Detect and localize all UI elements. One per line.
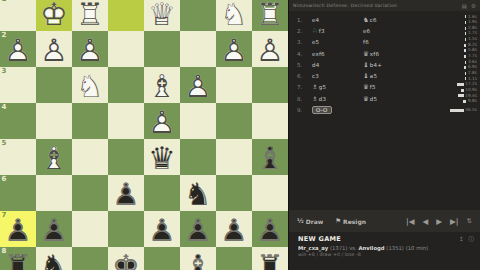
white-move-1[interactable]: e4	[312, 17, 319, 23]
square-d4[interactable]: ♟♙	[144, 103, 180, 139]
piece-bP-e6[interactable]: ♟♙	[108, 175, 144, 211]
square-f4[interactable]	[72, 103, 108, 139]
rank-label-8: 8	[2, 247, 7, 255]
move-times: 5.8s7.7s	[414, 48, 477, 58]
move-row-1: 1.e4♞c61.6s1.9s	[297, 14, 477, 25]
move-times-toggle-icon[interactable]: ⇅	[467, 217, 472, 225]
move-time-value: 9.8s	[468, 99, 477, 104]
square-g6[interactable]	[36, 175, 72, 211]
move-number: 1.	[297, 17, 312, 23]
move-panel: Nimzowitsch Defense: Declined Variation …	[288, 0, 480, 270]
move-row-6: 6.c3♝a52.8s1.1s	[297, 70, 477, 81]
move-times: 3.6s6.9s	[414, 60, 477, 70]
move-row-3: 3.e5f61.5s8.2s	[297, 37, 477, 48]
move-row-9: 9.O-O46.5s	[297, 104, 477, 115]
move-times: 17.2s10.9s	[414, 82, 477, 92]
piece-wP-c3[interactable]: ♟♙	[180, 67, 216, 103]
square-a5[interactable]: ♝♗	[252, 139, 288, 175]
square-f1[interactable]: ♜♖	[72, 0, 108, 31]
square-c7[interactable]: ♟♙	[180, 211, 216, 247]
square-b5[interactable]	[216, 139, 252, 175]
piece-bP-c7[interactable]: ♟♙	[180, 211, 216, 247]
rank-label-3: 3	[2, 67, 7, 75]
square-c5[interactable]	[180, 139, 216, 175]
square-e4[interactable]	[108, 103, 144, 139]
piece-wN-b1[interactable]: ♞♘	[216, 0, 252, 31]
black-move-5[interactable]: ♝b4+	[363, 61, 382, 69]
square-g7[interactable]: ♟♙	[36, 211, 72, 247]
square-e6[interactable]: ♟♙	[108, 175, 144, 211]
square-h4[interactable]: 4	[0, 103, 36, 139]
move-list: 1.e4♞c61.6s1.9s2.♘f3e62.8s1.7s3.e5f61.5s…	[297, 14, 477, 116]
move-time-bar	[465, 21, 466, 24]
move-time-bar	[465, 27, 466, 30]
piece-bQ-d5[interactable]: ♛♕	[144, 139, 180, 175]
square-c4[interactable]	[180, 103, 216, 139]
square-b4[interactable]	[216, 103, 252, 139]
black-player-rating: (1351)	[386, 245, 404, 251]
square-d5[interactable]: ♛♕	[144, 139, 180, 175]
square-f6[interactable]	[72, 175, 108, 211]
black-move-6[interactable]: ♝a5	[363, 72, 377, 80]
piece-wQ-d1[interactable]: ♛♕	[144, 0, 180, 31]
square-f2[interactable]: ♟♙	[72, 31, 108, 67]
move-time-value: 10.9s	[465, 88, 477, 93]
settings-gear-icon[interactable]: ⚙	[471, 3, 476, 9]
square-e8[interactable]: ♚♔	[108, 247, 144, 270]
square-e2[interactable]	[108, 31, 144, 67]
square-f7[interactable]	[72, 211, 108, 247]
black-move-7[interactable]: ♛f5	[363, 83, 376, 91]
white-move-3[interactable]: e5	[312, 39, 319, 45]
square-g4[interactable]	[36, 103, 72, 139]
piece-bB-c8[interactable]: ♝♗	[180, 247, 216, 270]
draw-label: Draw	[306, 218, 324, 225]
draw-button[interactable]: ½ Draw	[297, 217, 323, 225]
move-number: 5.	[297, 62, 312, 68]
move-row-4: 4.exf6♛xf65.8s7.7s	[297, 48, 477, 59]
square-g2[interactable]: ♟♙	[36, 31, 72, 67]
piece-bB-a5[interactable]: ♝♗	[252, 139, 288, 175]
square-c3[interactable]: ♟♙	[180, 67, 216, 103]
collapse-icon[interactable]: ▤	[462, 3, 467, 9]
piece-wP-g2[interactable]: ♟♙	[36, 31, 72, 67]
square-a1[interactable]: ♜♖	[252, 0, 288, 31]
square-h6[interactable]: 6	[0, 175, 36, 211]
share-icon[interactable]: ↥	[459, 236, 464, 243]
move-times: 1.6s1.9s	[414, 15, 477, 25]
piece-wR-f1[interactable]: ♜♖	[72, 0, 108, 31]
rank-label-6: 6	[2, 175, 7, 183]
move-number: 2.	[297, 28, 312, 34]
square-g3[interactable]	[36, 67, 72, 103]
square-c6[interactable]: ♞♘	[180, 175, 216, 211]
chess-app-window: 1♚♔♜♖♛♕♞♘♜♖2♟♙♟♙♟♙♟♙♟♙3♞♘♝♗♟♙4♟♙5♝♗♛♕♝♗6…	[0, 0, 480, 270]
square-c1[interactable]	[180, 0, 216, 31]
move-times: 46.5s	[414, 108, 477, 113]
square-f3[interactable]: ♞♘	[72, 67, 108, 103]
black-move-8[interactable]: ♛d5	[363, 95, 377, 103]
move-time-bar	[463, 100, 466, 103]
square-g8[interactable]: ♞♘	[36, 247, 72, 270]
first-move-button[interactable]: |◀	[406, 217, 415, 226]
square-b6[interactable]	[216, 175, 252, 211]
piece-bR-a8[interactable]: ♜♖	[252, 247, 288, 270]
rank-label-5: 5	[2, 139, 7, 147]
move-number: 6.	[297, 73, 312, 79]
move-times: 19.4s9.8s	[414, 94, 477, 104]
move-time-bar	[465, 72, 466, 75]
last-move-button[interactable]: ▶|	[450, 217, 459, 226]
square-h2[interactable]: 2♟♙	[0, 31, 36, 67]
piece-wR-a1[interactable]: ♜♖	[252, 0, 288, 31]
move-time-bar	[464, 66, 466, 69]
move-time-bar	[464, 55, 466, 58]
white-move-2[interactable]: ♘f3	[312, 27, 325, 35]
square-a8[interactable]: ♜♖	[252, 247, 288, 270]
move-row-2: 2.♘f3e62.8s1.7s	[297, 25, 477, 36]
move-time-bar	[465, 77, 466, 80]
square-a4[interactable]	[252, 103, 288, 139]
square-c2[interactable]	[180, 31, 216, 67]
square-f8[interactable]	[72, 247, 108, 270]
piece-wK-g1[interactable]: ♚♔	[36, 0, 72, 31]
piece-bN-c6[interactable]: ♞♘	[180, 175, 216, 211]
square-e7[interactable]	[108, 211, 144, 247]
square-b3[interactable]	[216, 67, 252, 103]
square-c8[interactable]: ♝♗	[180, 247, 216, 270]
square-b1[interactable]: ♞♘	[216, 0, 252, 31]
game-controls-bar: ½ Draw ⚑ Resign |◀ ◀ ▶ ▶| ⇅	[289, 210, 480, 232]
white-move-5[interactable]: d4	[312, 62, 319, 68]
piece-wP-b2[interactable]: ♟♙	[216, 31, 252, 67]
move-number: 8.	[297, 96, 312, 102]
move-time-bar	[450, 109, 464, 112]
move-number: 3.	[297, 39, 312, 45]
info-icon[interactable]: ⓘ	[469, 236, 475, 243]
square-g5[interactable]: ♝♗	[36, 139, 72, 175]
move-time-value: 2.8s	[468, 71, 477, 76]
piece-wB-g5[interactable]: ♝♗	[36, 139, 72, 175]
move-time-bar	[465, 32, 466, 35]
move-time-bar	[465, 38, 466, 41]
piece-wN-f3[interactable]: ♞♘	[72, 67, 108, 103]
square-a3[interactable]	[252, 67, 288, 103]
rank-label-1: 1	[2, 0, 7, 3]
next-move-button[interactable]: ▶	[436, 217, 442, 226]
square-b8[interactable]	[216, 247, 252, 270]
square-d6[interactable]	[144, 175, 180, 211]
piece-wP-f2[interactable]: ♟♙	[72, 31, 108, 67]
piece-bP-b7[interactable]: ♟♙	[216, 211, 252, 247]
move-time-bar	[464, 49, 466, 52]
white-move-9[interactable]: O-O	[312, 106, 332, 114]
move-navigation: |◀ ◀ ▶ ▶| ⇅	[406, 217, 472, 226]
piece-wP-a2[interactable]: ♟♙	[252, 31, 288, 67]
move-time-bar	[464, 44, 466, 47]
square-d1[interactable]: ♛♕	[144, 0, 180, 31]
square-e1[interactable]	[108, 0, 144, 31]
square-g1[interactable]: ♚♔	[36, 0, 72, 31]
piece-bN-g8[interactable]: ♞♘	[36, 247, 72, 270]
resign-button[interactable]: ⚑ Resign	[335, 217, 366, 225]
square-a6[interactable]	[252, 175, 288, 211]
black-move-4[interactable]: ♛xf6	[363, 50, 379, 58]
square-d7[interactable]: ♟♙	[144, 211, 180, 247]
move-time-bar	[461, 89, 464, 92]
white-move-6[interactable]: c3	[312, 73, 319, 79]
black-move-3[interactable]: f6	[363, 39, 369, 45]
piece-bP-g7[interactable]: ♟♙	[36, 211, 72, 247]
move-number: 7.	[297, 84, 312, 90]
square-a2[interactable]: ♟♙	[252, 31, 288, 67]
move-times: 1.5s8.2s	[414, 37, 477, 47]
square-b7[interactable]: ♟♙	[216, 211, 252, 247]
square-a7[interactable]: ♟♙	[252, 211, 288, 247]
opening-name: Nimzowitsch Defense: Declined Variation	[293, 3, 458, 8]
chess-board[interactable]: 1♚♔♜♖♛♕♞♘♜♖2♟♙♟♙♟♙♟♙♟♙3♞♘♝♗♟♙4♟♙5♝♗♛♕♝♗6…	[0, 0, 288, 270]
resign-flag-icon: ⚑	[335, 217, 341, 225]
piece-wP-d4[interactable]: ♟♙	[144, 103, 180, 139]
rank-label-2: 2	[2, 31, 7, 39]
move-time-value: 7.7s	[468, 54, 477, 59]
move-number: 9.	[297, 107, 312, 113]
white-player-name[interactable]: Mr_cxa_ay	[298, 245, 328, 251]
move-row-5: 5.d4♝b4+3.6s6.9s	[297, 59, 477, 70]
opening-bar: Nimzowitsch Defense: Declined Variation …	[289, 0, 480, 11]
black-player-name[interactable]: Anvilogd	[358, 245, 384, 251]
prev-move-button[interactable]: ◀	[422, 217, 428, 226]
new-game-title: NEW GAME	[298, 235, 341, 243]
piece-bK-e8[interactable]: ♚♔	[108, 247, 144, 270]
vs-label: vs.	[349, 245, 357, 251]
square-h5[interactable]: 5	[0, 139, 36, 175]
square-e5[interactable]	[108, 139, 144, 175]
move-time-bar	[457, 83, 464, 86]
rating-odds-line: win +8 / draw +0 / lose -8	[298, 252, 474, 257]
matchup-line: Mr_cxa_ay (1371) vs. Anvilogd (1351) (10…	[298, 245, 474, 251]
resign-label: Resign	[343, 218, 366, 225]
move-time-bar	[458, 94, 464, 97]
piece-wB-d3[interactable]: ♝♗	[144, 67, 180, 103]
rank-label-4: 4	[2, 103, 7, 111]
move-number: 4.	[297, 51, 312, 57]
piece-bP-d7[interactable]: ♟♙	[144, 211, 180, 247]
move-times: 2.8s1.7s	[414, 26, 477, 36]
time-control: (10 min)	[406, 245, 429, 251]
white-player-rating: (1371)	[330, 245, 348, 251]
square-h1[interactable]: 1	[0, 0, 36, 31]
white-move-8[interactable]: ♗d3	[312, 95, 326, 103]
white-move-4[interactable]: exf6	[312, 51, 325, 57]
square-d3[interactable]: ♝♗	[144, 67, 180, 103]
new-game-panel: NEW GAME ↥ ⓘ Mr_cxa_ay (1371) vs. Anvilo…	[298, 235, 474, 257]
square-d2[interactable]	[144, 31, 180, 67]
black-move-2[interactable]: e6	[363, 28, 370, 34]
black-move-1[interactable]: ♞c6	[363, 16, 377, 24]
move-time-value: 46.5s	[465, 108, 477, 113]
white-move-7[interactable]: ♗g5	[312, 83, 326, 91]
move-time-bar	[465, 61, 466, 64]
rank-label-7: 7	[2, 211, 7, 219]
square-b2[interactable]: ♟♙	[216, 31, 252, 67]
square-d8[interactable]	[144, 247, 180, 270]
move-times: 2.8s1.1s	[414, 71, 477, 81]
move-row-8: 8.♗d3♛d519.4s9.8s	[297, 93, 477, 104]
square-f5[interactable]	[72, 139, 108, 175]
square-h8[interactable]: 8♜♖	[0, 247, 36, 270]
piece-bP-a7[interactable]: ♟♙	[252, 211, 288, 247]
square-h3[interactable]: 3	[0, 67, 36, 103]
half-point-icon: ½	[297, 217, 304, 225]
move-row-7: 7.♗g5♛f517.2s10.9s	[297, 82, 477, 93]
square-h7[interactable]: 7♟♙	[0, 211, 36, 247]
square-e3[interactable]	[108, 67, 144, 103]
move-time-bar	[465, 15, 466, 18]
